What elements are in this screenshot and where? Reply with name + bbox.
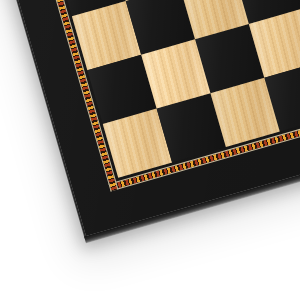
board-grid <box>0 0 300 178</box>
chess-board <box>0 0 300 236</box>
photo-scene <box>0 0 300 300</box>
